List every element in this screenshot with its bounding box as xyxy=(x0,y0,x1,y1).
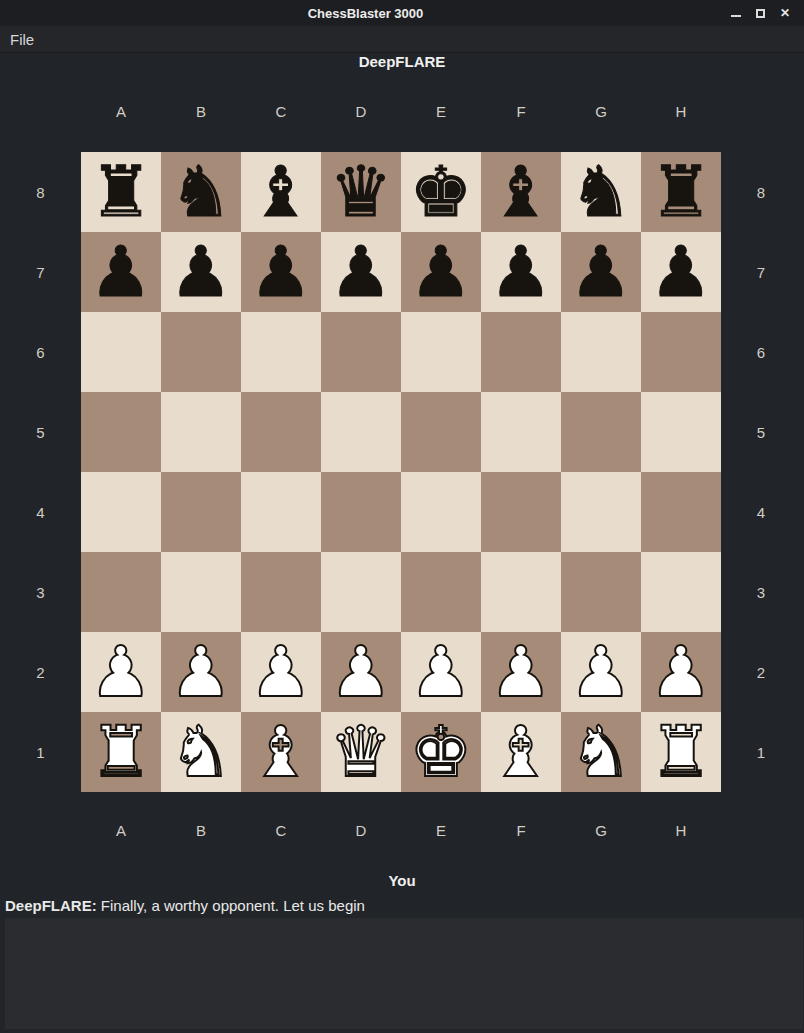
piece-black-pawn[interactable]: ♟︎ xyxy=(90,232,153,312)
square-e3[interactable] xyxy=(401,552,481,632)
minimize-icon[interactable] xyxy=(731,15,741,17)
rank-label-2: 2 xyxy=(0,632,81,712)
rank-label-3: 3 xyxy=(721,552,801,632)
square-f3[interactable] xyxy=(481,552,561,632)
opponent-name: DeepFLARE xyxy=(0,53,804,71)
square-d3[interactable] xyxy=(321,552,401,632)
piece-black-knight[interactable]: ♞ xyxy=(170,152,233,232)
square-e7[interactable]: ♟︎ xyxy=(401,232,481,312)
square-c2[interactable]: ♟︎ xyxy=(241,632,321,712)
file-label-b: B xyxy=(161,823,241,839)
square-g1[interactable]: ♞ xyxy=(561,712,641,792)
square-g7[interactable]: ♟︎ xyxy=(561,232,641,312)
file-label-e: E xyxy=(401,823,481,839)
square-h7[interactable]: ♟︎ xyxy=(641,232,721,312)
piece-black-bishop[interactable]: ♝ xyxy=(250,152,313,232)
square-g5[interactable] xyxy=(561,392,641,472)
rank-label-8: 8 xyxy=(721,152,801,232)
rank-label-5: 5 xyxy=(0,392,81,472)
piece-white-knight[interactable]: ♞ xyxy=(570,712,633,792)
square-e6[interactable] xyxy=(401,312,481,392)
square-b8[interactable]: ♞ xyxy=(161,152,241,232)
square-a3[interactable] xyxy=(81,552,161,632)
rank-label-6: 6 xyxy=(721,312,801,392)
rank-labels-left: 87654321 xyxy=(0,152,81,792)
maximize-icon[interactable] xyxy=(756,9,765,18)
file-label-d: D xyxy=(321,823,401,839)
square-f7[interactable]: ♟︎ xyxy=(481,232,561,312)
rank-label-8: 8 xyxy=(0,152,81,232)
square-f2[interactable]: ♟︎ xyxy=(481,632,561,712)
square-a1[interactable]: ♜ xyxy=(81,712,161,792)
file-label-h: H xyxy=(641,823,721,839)
square-b1[interactable]: ♞ xyxy=(161,712,241,792)
piece-white-pawn[interactable]: ♟︎ xyxy=(650,632,713,712)
piece-white-pawn[interactable]: ♟︎ xyxy=(90,632,153,712)
square-h5[interactable] xyxy=(641,392,721,472)
square-c6[interactable] xyxy=(241,312,321,392)
rank-label-2: 2 xyxy=(721,632,801,712)
piece-white-pawn[interactable]: ♟︎ xyxy=(410,632,473,712)
square-a4[interactable] xyxy=(81,472,161,552)
square-h4[interactable] xyxy=(641,472,721,552)
piece-white-bishop[interactable]: ♝ xyxy=(250,712,313,792)
square-f4[interactable] xyxy=(481,472,561,552)
file-label-c: C xyxy=(241,823,321,839)
file-labels-bottom: ABCDEFGH xyxy=(81,823,721,839)
chat-input-field[interactable] xyxy=(5,918,803,1029)
file-label-b: B xyxy=(161,104,241,120)
rank-label-4: 4 xyxy=(721,472,801,552)
square-h6[interactable] xyxy=(641,312,721,392)
square-h3[interactable] xyxy=(641,552,721,632)
square-c8[interactable]: ♝ xyxy=(241,152,321,232)
piece-black-knight[interactable]: ♞ xyxy=(570,152,633,232)
file-label-f: F xyxy=(481,104,561,120)
piece-white-pawn[interactable]: ♟︎ xyxy=(170,632,233,712)
titlebar: ChessBlaster 3000 ✕ xyxy=(0,0,804,26)
piece-black-king[interactable]: ♚ xyxy=(410,152,473,232)
square-d2[interactable]: ♟︎ xyxy=(321,632,401,712)
rank-label-5: 5 xyxy=(721,392,801,472)
square-f5[interactable] xyxy=(481,392,561,472)
piece-black-rook[interactable]: ♜ xyxy=(90,152,153,232)
square-d7[interactable]: ♟︎ xyxy=(321,232,401,312)
square-f8[interactable]: ♝ xyxy=(481,152,561,232)
rank-label-4: 4 xyxy=(0,472,81,552)
square-b6[interactable] xyxy=(161,312,241,392)
chess-board: ♜♞♝♛♚♝♞♜♟︎♟︎♟︎♟︎♟︎♟︎♟︎♟︎♟︎♟︎♟︎♟︎♟︎♟︎♟︎♟︎… xyxy=(81,152,721,792)
piece-white-queen[interactable]: ♛ xyxy=(330,712,393,792)
self-name: You xyxy=(0,872,804,890)
square-g6[interactable] xyxy=(561,312,641,392)
file-label-d: D xyxy=(321,104,401,120)
square-g4[interactable] xyxy=(561,472,641,552)
piece-white-knight[interactable]: ♞ xyxy=(170,712,233,792)
square-e1[interactable]: ♚ xyxy=(401,712,481,792)
square-g3[interactable] xyxy=(561,552,641,632)
square-b5[interactable] xyxy=(161,392,241,472)
square-h1[interactable]: ♜ xyxy=(641,712,721,792)
piece-white-pawn[interactable]: ♟︎ xyxy=(570,632,633,712)
file-label-g: G xyxy=(561,823,641,839)
rank-label-7: 7 xyxy=(0,232,81,312)
piece-white-pawn[interactable]: ♟︎ xyxy=(490,632,553,712)
square-c3[interactable] xyxy=(241,552,321,632)
square-g8[interactable]: ♞ xyxy=(561,152,641,232)
chat-message: DeepFLARE: Finally, a worthy opponent. L… xyxy=(5,897,799,915)
window-title: ChessBlaster 3000 xyxy=(0,6,731,21)
square-d4[interactable] xyxy=(321,472,401,552)
file-label-f: F xyxy=(481,823,561,839)
piece-white-pawn[interactable]: ♟︎ xyxy=(250,632,313,712)
rank-label-3: 3 xyxy=(0,552,81,632)
square-f6[interactable] xyxy=(481,312,561,392)
rank-label-1: 1 xyxy=(721,712,801,792)
file-label-h: H xyxy=(641,104,721,120)
piece-white-rook[interactable]: ♜ xyxy=(650,712,713,792)
square-c7[interactable]: ♟︎ xyxy=(241,232,321,312)
file-label-c: C xyxy=(241,104,321,120)
piece-black-bishop[interactable]: ♝ xyxy=(490,152,553,232)
menu-file[interactable]: File xyxy=(0,31,44,48)
square-e2[interactable]: ♟︎ xyxy=(401,632,481,712)
square-a6[interactable] xyxy=(81,312,161,392)
rank-label-6: 6 xyxy=(0,312,81,392)
rank-label-1: 1 xyxy=(0,712,81,792)
piece-black-pawn[interactable]: ♟︎ xyxy=(650,232,713,312)
square-c4[interactable] xyxy=(241,472,321,552)
chat-message-text: Finally, a worthy opponent. Let us begin xyxy=(101,897,365,914)
square-f1[interactable]: ♝ xyxy=(481,712,561,792)
square-e4[interactable] xyxy=(401,472,481,552)
file-label-a: A xyxy=(81,104,161,120)
square-d6[interactable] xyxy=(321,312,401,392)
menubar: File xyxy=(0,26,804,53)
square-e8[interactable]: ♚ xyxy=(401,152,481,232)
square-b4[interactable] xyxy=(161,472,241,552)
piece-white-bishop[interactable]: ♝ xyxy=(490,712,553,792)
piece-black-pawn[interactable]: ♟︎ xyxy=(570,232,633,312)
rank-label-7: 7 xyxy=(721,232,801,312)
app-window: ChessBlaster 3000 ✕ File DeepFLARE ABCDE… xyxy=(0,0,804,1033)
piece-black-pawn[interactable]: ♟︎ xyxy=(330,232,393,312)
chat-message-separator: : xyxy=(92,897,101,914)
piece-black-pawn[interactable]: ♟︎ xyxy=(250,232,313,312)
piece-black-queen[interactable]: ♛ xyxy=(330,152,393,232)
piece-black-pawn[interactable]: ♟︎ xyxy=(490,232,553,312)
file-label-g: G xyxy=(561,104,641,120)
square-g2[interactable]: ♟︎ xyxy=(561,632,641,712)
square-a8[interactable]: ♜ xyxy=(81,152,161,232)
file-label-a: A xyxy=(81,823,161,839)
square-a2[interactable]: ♟︎ xyxy=(81,632,161,712)
square-c5[interactable] xyxy=(241,392,321,472)
square-d5[interactable] xyxy=(321,392,401,472)
square-h2[interactable]: ♟︎ xyxy=(641,632,721,712)
chat-message-sender: DeepFLARE xyxy=(5,897,92,914)
square-d1[interactable]: ♛ xyxy=(321,712,401,792)
rank-labels-right: 87654321 xyxy=(721,152,801,792)
close-icon[interactable]: ✕ xyxy=(780,7,790,19)
file-labels-top: ABCDEFGH xyxy=(81,104,721,120)
square-a7[interactable]: ♟︎ xyxy=(81,232,161,312)
piece-black-rook[interactable]: ♜ xyxy=(650,152,713,232)
piece-black-pawn[interactable]: ♟︎ xyxy=(170,232,233,312)
square-b3[interactable] xyxy=(161,552,241,632)
window-controls: ✕ xyxy=(731,7,804,19)
file-label-e: E xyxy=(401,104,481,120)
square-b7[interactable]: ♟︎ xyxy=(161,232,241,312)
square-d8[interactable]: ♛ xyxy=(321,152,401,232)
piece-black-pawn[interactable]: ♟︎ xyxy=(410,232,473,312)
square-c1[interactable]: ♝ xyxy=(241,712,321,792)
square-e5[interactable] xyxy=(401,392,481,472)
piece-white-pawn[interactable]: ♟︎ xyxy=(330,632,393,712)
piece-white-rook[interactable]: ♜ xyxy=(90,712,153,792)
piece-white-king[interactable]: ♚ xyxy=(410,712,473,792)
square-a5[interactable] xyxy=(81,392,161,472)
square-h8[interactable]: ♜ xyxy=(641,152,721,232)
square-b2[interactable]: ♟︎ xyxy=(161,632,241,712)
